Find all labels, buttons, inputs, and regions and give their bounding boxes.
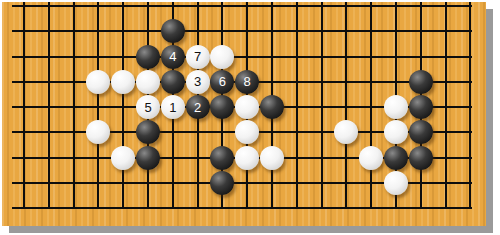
move-number-label: 6: [219, 75, 226, 88]
grid-line-v: [370, 2, 372, 209]
stone-black-J5: [210, 95, 234, 119]
stone-white-D6: [86, 70, 110, 94]
stone-white-F5: 5: [136, 95, 160, 119]
stone-black-J3: [210, 146, 234, 170]
stone-black-R3: [409, 146, 433, 170]
grid-line-v: [445, 2, 447, 209]
stone-black-Q3: [384, 146, 408, 170]
stone-black-K6: 8: [235, 70, 259, 94]
move-number-label: 8: [244, 75, 251, 88]
grid-line-v: [321, 2, 323, 209]
stone-white-O4: [334, 120, 358, 144]
stone-black-G7: 4: [161, 45, 185, 69]
stone-white-E6: [111, 70, 135, 94]
stone-white-P3: [359, 146, 383, 170]
move-number-label: 4: [169, 50, 176, 63]
stone-white-K5: [235, 95, 259, 119]
stone-white-D4: [86, 120, 110, 144]
grid-line-v: [122, 2, 124, 209]
grid-line-v: [345, 2, 347, 209]
stone-white-J7: [210, 45, 234, 69]
stone-white-K3: [235, 146, 259, 170]
stone-black-J2: [210, 171, 234, 195]
go-diagram-screenshot: 47368512: [0, 0, 500, 235]
move-number-label: 2: [194, 101, 201, 114]
move-number-label: 5: [144, 101, 151, 114]
stone-black-R5: [409, 95, 433, 119]
stone-black-H5: 2: [186, 95, 210, 119]
stone-black-R4: [409, 120, 433, 144]
stone-black-G8: [161, 19, 185, 43]
move-number-label: 7: [194, 50, 201, 63]
stone-white-H6: 3: [186, 70, 210, 94]
stone-white-Q4: [384, 120, 408, 144]
move-number-label: 1: [169, 101, 176, 114]
stone-white-E3: [111, 146, 135, 170]
grid-line-v: [469, 2, 471, 209]
grid-line-h: [12, 5, 472, 7]
stone-white-K4: [235, 120, 259, 144]
stone-black-F4: [136, 120, 160, 144]
grid-line-h: [12, 207, 472, 209]
grid-line-v: [23, 2, 25, 209]
go-board[interactable]: 47368512: [2, 2, 486, 226]
stone-black-R6: [409, 70, 433, 94]
grid-line-v: [296, 2, 298, 209]
grid-line-v: [48, 2, 50, 209]
stone-white-F6: [136, 70, 160, 94]
stone-white-G5: 1: [161, 95, 185, 119]
stone-black-F3: [136, 146, 160, 170]
stone-black-L5: [260, 95, 284, 119]
grid-line-v: [97, 2, 99, 209]
stone-white-L3: [260, 146, 284, 170]
stone-white-Q5: [384, 95, 408, 119]
move-number-label: 3: [194, 75, 201, 88]
stone-white-Q2: [384, 171, 408, 195]
grid-line-v: [73, 2, 75, 209]
grid-line-h: [12, 30, 472, 32]
stone-white-H7: 7: [186, 45, 210, 69]
stone-black-G6: [161, 70, 185, 94]
stone-black-J6: 6: [210, 70, 234, 94]
stone-black-F7: [136, 45, 160, 69]
grid-line-h: [12, 56, 472, 58]
